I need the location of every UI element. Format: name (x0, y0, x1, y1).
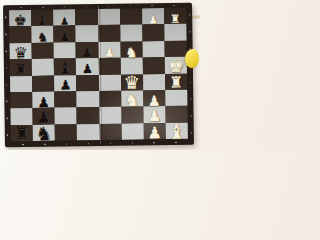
white-knight-c3[interactable]: ♞ (125, 45, 138, 59)
white-pawn-c4[interactable]: ♟ (104, 47, 115, 59)
coordinate-dot (42, 6, 44, 8)
piece-layer: ♚♝♟♟♜♞♟♛♟♟♞♜♝♟♚♟♛♜♟♞♟♟♟♜♞♟♝ (9, 8, 188, 141)
coordinate-dot (189, 14, 191, 16)
black-pawn-d5[interactable]: ♟ (82, 63, 94, 76)
coordinate-dot (6, 84, 8, 86)
coordinate-dot (131, 142, 133, 144)
coordinate-dot (130, 5, 132, 7)
white-pawn-f2[interactable]: ♟ (148, 93, 161, 108)
white-rook-e1[interactable]: ♜ (169, 76, 183, 92)
black-rook-h8[interactable]: ♜ (14, 125, 31, 144)
coordinate-dot (191, 132, 193, 134)
black-rook-d8[interactable]: ♜ (14, 63, 27, 78)
coordinate-dot (153, 142, 155, 144)
coordinate-dots-left (5, 17, 8, 136)
white-pawn-a2[interactable]: ♟ (148, 15, 157, 25)
coordinate-dot (110, 143, 112, 145)
white-bishop-h1[interactable]: ♝ (168, 121, 186, 141)
photo-of-chess-game: { "game": "chess", "scene": "overhead si… (0, 0, 200, 150)
black-pawn-f7[interactable]: ♟ (37, 95, 50, 110)
coordinate-dot (190, 81, 192, 83)
coordinate-dot (64, 6, 66, 8)
black-pawn-c5[interactable]: ♟ (82, 47, 93, 59)
coordinate-dot (151, 5, 153, 7)
black-knight-h7[interactable]: ♞ (35, 124, 52, 143)
coordinate-dot (189, 31, 191, 33)
white-rook-a1[interactable]: ♜ (170, 14, 181, 26)
black-queen-c8[interactable]: ♛ (14, 45, 28, 61)
coordinate-dot (5, 33, 7, 35)
coordinate-dot (108, 5, 110, 7)
black-knight-b7[interactable]: ♞ (37, 31, 49, 44)
coordinate-dot (6, 118, 8, 120)
coordinate-dot (6, 101, 8, 103)
coordinate-dot (5, 17, 7, 19)
yellow-object (185, 49, 199, 68)
coordinate-dot (88, 143, 90, 145)
coordinate-dot (190, 98, 192, 100)
coordinate-dots-right (189, 14, 192, 133)
white-knight-f3[interactable]: ♞ (124, 91, 140, 108)
coordinate-dot (22, 144, 24, 146)
black-king-a8[interactable]: ♚ (14, 13, 27, 28)
coordinate-dot (5, 67, 7, 69)
black-pawn-b6[interactable]: ♟ (60, 32, 70, 43)
black-bishop-a7[interactable]: ♝ (37, 15, 48, 28)
coordinate-dot (5, 50, 7, 52)
chess-board: ♚♝♟♟♜♞♟♛♟♟♞♜♝♟♚♟♛♜♟♞♟♟♟♜♞♟♝ (3, 3, 194, 148)
black-bishop-d6[interactable]: ♝ (58, 61, 72, 77)
coordinate-dot (6, 134, 8, 136)
coordinate-dot (173, 5, 175, 7)
white-pawn-h2[interactable]: ♟ (147, 125, 162, 141)
coordinate-dot (190, 115, 192, 117)
coordinate-dot (66, 143, 68, 145)
black-pawn-a6[interactable]: ♟ (60, 17, 69, 27)
white-king-d1[interactable]: ♚ (167, 57, 184, 76)
coordinate-dot (86, 6, 88, 8)
coordinate-dot (20, 7, 22, 9)
black-pawn-e6[interactable]: ♟ (59, 79, 71, 93)
